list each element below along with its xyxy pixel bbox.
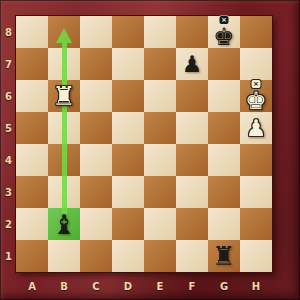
piece-black-pawn-f7[interactable]: ♟ [176, 48, 208, 80]
square-a7[interactable] [16, 48, 48, 80]
square-e4[interactable] [144, 144, 176, 176]
piece-black-rook-g1[interactable]: ♜ [208, 240, 240, 272]
black-king-icon: ♚ [213, 25, 235, 49]
square-a1[interactable] [16, 240, 48, 272]
square-b7[interactable] [48, 48, 80, 80]
chess-puzzle-screenshot: ♚×♟♜♚×♟♝♜ 87654321 ABCDEFGH [0, 0, 300, 300]
square-e7[interactable] [144, 48, 176, 80]
square-g5[interactable] [208, 112, 240, 144]
square-h2[interactable] [240, 208, 272, 240]
square-b5[interactable] [48, 112, 80, 144]
square-g3[interactable] [208, 176, 240, 208]
black-bishop-icon: ♝ [52, 211, 76, 238]
square-e6[interactable] [144, 80, 176, 112]
square-h3[interactable] [240, 176, 272, 208]
piece-black-king-g8[interactable]: ♚× [208, 16, 240, 53]
square-a4[interactable] [16, 144, 48, 176]
square-f3[interactable] [176, 176, 208, 208]
square-d3[interactable] [112, 176, 144, 208]
square-e3[interactable] [144, 176, 176, 208]
square-b8[interactable] [48, 16, 80, 48]
rank-label-6: 6 [2, 80, 15, 112]
piece-white-rook-b6[interactable]: ♜ [48, 80, 80, 112]
square-d8[interactable] [112, 16, 144, 48]
square-g4[interactable] [208, 144, 240, 176]
file-label-b: B [48, 276, 80, 296]
square-g6[interactable] [208, 80, 240, 112]
square-a5[interactable] [16, 112, 48, 144]
square-f6[interactable] [176, 80, 208, 112]
file-label-e: E [144, 276, 176, 296]
square-c7[interactable] [80, 48, 112, 80]
rank-label-1: 1 [2, 240, 15, 272]
square-d6[interactable] [112, 80, 144, 112]
rank-label-5: 5 [2, 112, 15, 144]
square-d2[interactable] [112, 208, 144, 240]
square-c4[interactable] [80, 144, 112, 176]
rank-label-2: 2 [2, 208, 15, 240]
square-c2[interactable] [80, 208, 112, 240]
square-h7[interactable] [240, 48, 272, 80]
square-c6[interactable] [80, 80, 112, 112]
chess-board: ♚×♟♜♚×♟♝♜ [16, 16, 272, 272]
square-e8[interactable] [144, 16, 176, 48]
square-h1[interactable] [240, 240, 272, 272]
square-d5[interactable] [112, 112, 144, 144]
square-d7[interactable] [112, 48, 144, 80]
square-a3[interactable] [16, 176, 48, 208]
white-rook-icon: ♜ [52, 83, 75, 109]
white-pawn-icon: ♟ [246, 117, 267, 140]
piece-black-bishop-b2[interactable]: ♝ [48, 208, 80, 240]
square-d1[interactable] [112, 240, 144, 272]
rank-label-4: 4 [2, 144, 15, 176]
square-a8[interactable] [16, 16, 48, 48]
king-cross-badge: × [252, 80, 261, 88]
square-h8[interactable] [240, 16, 272, 48]
square-f1[interactable] [176, 240, 208, 272]
file-label-a: A [16, 276, 48, 296]
square-f4[interactable] [176, 144, 208, 176]
square-b4[interactable] [48, 144, 80, 176]
rank-label-7: 7 [2, 48, 15, 80]
square-g2[interactable] [208, 208, 240, 240]
file-label-d: D [112, 276, 144, 296]
square-f8[interactable] [176, 16, 208, 48]
square-f2[interactable] [176, 208, 208, 240]
piece-white-pawn-h5[interactable]: ♟ [240, 112, 272, 144]
square-b3[interactable] [48, 176, 80, 208]
square-c1[interactable] [80, 240, 112, 272]
square-d4[interactable] [112, 144, 144, 176]
file-label-c: C [80, 276, 112, 296]
rank-label-8: 8 [2, 16, 15, 48]
square-c3[interactable] [80, 176, 112, 208]
king-cross-badge: × [220, 16, 229, 24]
square-h4[interactable] [240, 144, 272, 176]
file-label-h: H [240, 276, 272, 296]
square-c5[interactable] [80, 112, 112, 144]
square-e1[interactable] [144, 240, 176, 272]
file-label-f: F [176, 276, 208, 296]
square-a2[interactable] [16, 208, 48, 240]
rank-label-3: 3 [2, 176, 15, 208]
square-e5[interactable] [144, 112, 176, 144]
black-pawn-icon: ♟ [182, 53, 203, 76]
file-label-g: G [208, 276, 240, 296]
white-king-icon: ♚ [245, 89, 267, 113]
square-f5[interactable] [176, 112, 208, 144]
square-b1[interactable] [48, 240, 80, 272]
square-a6[interactable] [16, 80, 48, 112]
black-rook-icon: ♜ [212, 243, 235, 269]
square-e2[interactable] [144, 208, 176, 240]
square-c8[interactable] [80, 16, 112, 48]
